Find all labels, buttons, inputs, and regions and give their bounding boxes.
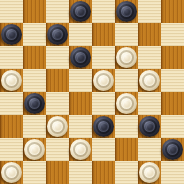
square-e8 (92, 0, 115, 23)
square-f8[interactable] (115, 0, 138, 23)
square-f7 (115, 23, 138, 46)
white-man[interactable] (1, 162, 22, 183)
white-man[interactable] (70, 139, 91, 160)
square-f5 (115, 69, 138, 92)
square-b4[interactable] (23, 92, 46, 115)
square-a6 (0, 46, 23, 69)
square-e7[interactable] (92, 23, 115, 46)
square-d6[interactable] (69, 46, 92, 69)
square-a7[interactable] (0, 23, 23, 46)
square-h5 (161, 69, 184, 92)
square-h3 (161, 115, 184, 138)
square-f1 (115, 161, 138, 184)
square-a4 (0, 92, 23, 115)
square-b1 (23, 161, 46, 184)
square-g3[interactable] (138, 115, 161, 138)
square-d5 (69, 69, 92, 92)
square-h4[interactable] (161, 92, 184, 115)
square-d2[interactable] (69, 138, 92, 161)
black-man[interactable] (70, 1, 91, 22)
square-b3 (23, 115, 46, 138)
square-g1[interactable] (138, 161, 161, 184)
square-b6[interactable] (23, 46, 46, 69)
square-e2 (92, 138, 115, 161)
square-e5[interactable] (92, 69, 115, 92)
square-b8[interactable] (23, 0, 46, 23)
black-man[interactable] (1, 24, 22, 45)
square-f6[interactable] (115, 46, 138, 69)
square-f2[interactable] (115, 138, 138, 161)
white-man[interactable] (1, 70, 22, 91)
white-man[interactable] (47, 116, 68, 137)
square-g7[interactable] (138, 23, 161, 46)
black-man[interactable] (93, 116, 114, 137)
square-c5[interactable] (46, 69, 69, 92)
square-h6[interactable] (161, 46, 184, 69)
square-c3[interactable] (46, 115, 69, 138)
checkers-board (0, 0, 184, 184)
square-h7 (161, 23, 184, 46)
square-d4[interactable] (69, 92, 92, 115)
square-c2 (46, 138, 69, 161)
square-e1[interactable] (92, 161, 115, 184)
white-man[interactable] (139, 70, 160, 91)
square-c6 (46, 46, 69, 69)
black-man[interactable] (24, 93, 45, 114)
white-man[interactable] (24, 139, 45, 160)
square-d8[interactable] (69, 0, 92, 23)
white-man[interactable] (116, 93, 137, 114)
square-f4[interactable] (115, 92, 138, 115)
black-man[interactable] (47, 24, 68, 45)
square-h2[interactable] (161, 138, 184, 161)
black-man[interactable] (139, 116, 160, 137)
square-b5 (23, 69, 46, 92)
black-man[interactable] (116, 1, 137, 22)
square-a3[interactable] (0, 115, 23, 138)
square-g2 (138, 138, 161, 161)
square-d1 (69, 161, 92, 184)
square-a2 (0, 138, 23, 161)
white-man[interactable] (93, 70, 114, 91)
white-man[interactable] (116, 47, 137, 68)
square-a1[interactable] (0, 161, 23, 184)
square-c8 (46, 0, 69, 23)
square-c7[interactable] (46, 23, 69, 46)
square-e4 (92, 92, 115, 115)
square-e6 (92, 46, 115, 69)
square-h1 (161, 161, 184, 184)
square-b2[interactable] (23, 138, 46, 161)
square-d3 (69, 115, 92, 138)
square-a5[interactable] (0, 69, 23, 92)
square-a8 (0, 0, 23, 23)
square-h8[interactable] (161, 0, 184, 23)
square-g4 (138, 92, 161, 115)
square-e3[interactable] (92, 115, 115, 138)
square-f3 (115, 115, 138, 138)
square-c1[interactable] (46, 161, 69, 184)
square-g6 (138, 46, 161, 69)
square-g8 (138, 0, 161, 23)
square-c4 (46, 92, 69, 115)
square-d7 (69, 23, 92, 46)
white-man[interactable] (139, 162, 160, 183)
square-b7 (23, 23, 46, 46)
black-man[interactable] (162, 139, 183, 160)
square-g5[interactable] (138, 69, 161, 92)
black-man[interactable] (70, 47, 91, 68)
